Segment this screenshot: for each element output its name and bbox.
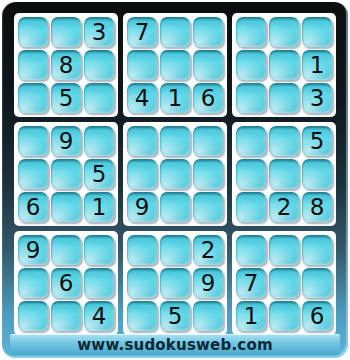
box-3: 13 [232, 13, 336, 117]
cell-r4c1[interactable] [18, 126, 48, 156]
box-9: 716 [232, 231, 336, 335]
cell-r4c3[interactable] [84, 126, 114, 156]
box-4: 9561 [14, 122, 118, 226]
cell-r7c6[interactable]: 2 [193, 235, 223, 265]
cell-r3c8[interactable] [269, 83, 299, 113]
cell-r2c4[interactable] [127, 50, 157, 80]
cell-r5c2[interactable] [51, 159, 81, 189]
cell-r1c3[interactable]: 3 [84, 17, 114, 47]
cell-r7c7[interactable] [236, 235, 266, 265]
cell-r7c2[interactable] [51, 235, 81, 265]
cell-r4c8[interactable] [269, 126, 299, 156]
cell-r6c8[interactable]: 2 [269, 192, 299, 222]
cell-r1c6[interactable] [193, 17, 223, 47]
cell-r5c3[interactable]: 5 [84, 159, 114, 189]
cell-r7c4[interactable] [127, 235, 157, 265]
cell-r3c4[interactable]: 4 [127, 83, 157, 113]
box-1: 385 [14, 13, 118, 117]
cell-r7c8[interactable] [269, 235, 299, 265]
cell-r2c9[interactable]: 1 [302, 50, 332, 80]
cell-r8c4[interactable] [127, 268, 157, 298]
cell-r9c9[interactable]: 6 [302, 301, 332, 331]
cell-r3c1[interactable] [18, 83, 48, 113]
cell-r8c9[interactable] [302, 268, 332, 298]
cell-r5c6[interactable] [193, 159, 223, 189]
cell-r9c7[interactable]: 1 [236, 301, 266, 331]
footer-band: www.sudokusweb.com [10, 334, 340, 355]
cell-r6c2[interactable] [51, 192, 81, 222]
cell-r5c1[interactable] [18, 159, 48, 189]
cell-r6c3[interactable]: 1 [84, 192, 114, 222]
cell-r6c6[interactable] [193, 192, 223, 222]
cell-r6c7[interactable] [236, 192, 266, 222]
cell-r1c4[interactable]: 7 [127, 17, 157, 47]
cell-r2c1[interactable] [18, 50, 48, 80]
cell-r2c3[interactable] [84, 50, 114, 80]
cell-r2c8[interactable] [269, 50, 299, 80]
cell-r3c3[interactable] [84, 83, 114, 113]
cell-r1c7[interactable] [236, 17, 266, 47]
box-2: 7416 [123, 13, 227, 117]
cell-r1c2[interactable] [51, 17, 81, 47]
cell-r9c4[interactable] [127, 301, 157, 331]
cell-r4c5[interactable] [160, 126, 190, 156]
cell-r3c2[interactable]: 5 [51, 83, 81, 113]
cell-r4c7[interactable] [236, 126, 266, 156]
cell-r3c6[interactable]: 6 [193, 83, 223, 113]
cell-r4c6[interactable] [193, 126, 223, 156]
box-5: 9 [123, 122, 227, 226]
cell-r2c6[interactable] [193, 50, 223, 80]
sudoku-app: 38574161395619528964295716 www.sudokuswe… [0, 0, 350, 360]
cell-r9c3[interactable]: 4 [84, 301, 114, 331]
cell-r2c2[interactable]: 8 [51, 50, 81, 80]
cell-r8c3[interactable] [84, 268, 114, 298]
cell-r9c1[interactable] [18, 301, 48, 331]
site-url-link[interactable]: www.sudokusweb.com [77, 336, 272, 354]
cell-r8c7[interactable]: 7 [236, 268, 266, 298]
cell-r3c7[interactable] [236, 83, 266, 113]
cell-r8c2[interactable]: 6 [51, 268, 81, 298]
cell-r4c9[interactable]: 5 [302, 126, 332, 156]
cell-r1c9[interactable] [302, 17, 332, 47]
cell-r7c1[interactable]: 9 [18, 235, 48, 265]
sudoku-board: 38574161395619528964295716 [14, 13, 336, 335]
cell-r8c5[interactable] [160, 268, 190, 298]
cell-r8c1[interactable] [18, 268, 48, 298]
cell-r9c8[interactable] [269, 301, 299, 331]
cell-r5c4[interactable] [127, 159, 157, 189]
cell-r5c7[interactable] [236, 159, 266, 189]
cell-r5c5[interactable] [160, 159, 190, 189]
cell-r3c5[interactable]: 1 [160, 83, 190, 113]
cell-r4c2[interactable]: 9 [51, 126, 81, 156]
box-8: 295 [123, 231, 227, 335]
cell-r1c1[interactable] [18, 17, 48, 47]
cell-r2c7[interactable] [236, 50, 266, 80]
box-7: 964 [14, 231, 118, 335]
cell-r6c1[interactable]: 6 [18, 192, 48, 222]
cell-r7c9[interactable] [302, 235, 332, 265]
cell-r7c3[interactable] [84, 235, 114, 265]
cell-r8c8[interactable] [269, 268, 299, 298]
cell-r8c6[interactable]: 9 [193, 268, 223, 298]
cell-r1c5[interactable] [160, 17, 190, 47]
box-6: 528 [232, 122, 336, 226]
cell-r9c5[interactable]: 5 [160, 301, 190, 331]
cell-r9c6[interactable] [193, 301, 223, 331]
cell-r4c4[interactable] [127, 126, 157, 156]
cell-r6c9[interactable]: 8 [302, 192, 332, 222]
cell-r9c2[interactable] [51, 301, 81, 331]
cell-r2c5[interactable] [160, 50, 190, 80]
cell-r5c9[interactable] [302, 159, 332, 189]
cell-r1c8[interactable] [269, 17, 299, 47]
cell-r3c9[interactable]: 3 [302, 83, 332, 113]
board-frame: 38574161395619528964295716 www.sudokuswe… [2, 2, 348, 358]
cell-r6c4[interactable]: 9 [127, 192, 157, 222]
cell-r7c5[interactable] [160, 235, 190, 265]
cell-r6c5[interactable] [160, 192, 190, 222]
cell-r5c8[interactable] [269, 159, 299, 189]
